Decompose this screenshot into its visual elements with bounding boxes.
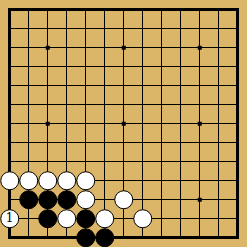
grid-line-horizontal bbox=[19, 47, 38, 49]
grid-line-horizontal bbox=[209, 218, 228, 220]
intersection-c5-r7[interactable] bbox=[76, 114, 95, 133]
grid-line-horizontal bbox=[209, 85, 228, 87]
grid-line-horizontal bbox=[76, 161, 95, 163]
intersection-c10-r6[interactable] bbox=[171, 95, 190, 114]
grid-line-horizontal bbox=[95, 161, 114, 163]
intersection-c6-r1[interactable] bbox=[95, 0, 114, 19]
intersection-c12-r3[interactable] bbox=[209, 38, 228, 57]
grid-line-horizontal bbox=[57, 123, 76, 125]
grid-line-horizontal bbox=[95, 66, 114, 68]
grid-line-horizontal bbox=[171, 8, 190, 11]
intersection-c2-r8[interactable] bbox=[19, 133, 38, 152]
intersection-c5-r5[interactable] bbox=[76, 76, 95, 95]
intersection-c8-r10[interactable] bbox=[133, 171, 152, 190]
intersection-c5-r6[interactable] bbox=[76, 95, 95, 114]
grid-line-horizontal bbox=[8, 47, 19, 49]
grid-line-horizontal bbox=[114, 218, 133, 220]
white-stone bbox=[38, 171, 58, 191]
intersection-c2-r3[interactable] bbox=[19, 38, 38, 57]
intersection-c9-r1[interactable] bbox=[152, 0, 171, 19]
grid-line-horizontal bbox=[8, 8, 19, 11]
intersection-c13-r4[interactable] bbox=[228, 57, 247, 76]
intersection-c8-r8[interactable] bbox=[133, 133, 152, 152]
grid-line-horizontal bbox=[209, 66, 228, 68]
intersection-c8-r7[interactable] bbox=[133, 114, 152, 133]
intersection-c8-r12[interactable] bbox=[133, 209, 152, 228]
intersection-c4-r9[interactable] bbox=[57, 152, 76, 171]
intersection-c13-r1[interactable] bbox=[228, 0, 247, 19]
intersection-c1-r5[interactable] bbox=[0, 76, 19, 95]
grid-line-horizontal bbox=[152, 161, 171, 163]
white-stone bbox=[57, 171, 77, 191]
grid-line-horizontal bbox=[209, 180, 228, 182]
intersection-c11-r1[interactable] bbox=[190, 0, 209, 19]
white-stone bbox=[114, 190, 134, 210]
intersection-c6-r2[interactable] bbox=[95, 19, 114, 38]
intersection-c11-r11[interactable] bbox=[190, 190, 209, 209]
intersection-c7-r12[interactable] bbox=[114, 209, 133, 228]
intersection-c2-r11[interactable] bbox=[19, 190, 38, 209]
intersection-c12-r6[interactable] bbox=[209, 95, 228, 114]
grid-line-horizontal bbox=[152, 180, 171, 182]
grid-line-horizontal bbox=[8, 28, 19, 30]
intersection-c11-r13[interactable] bbox=[190, 228, 209, 247]
grid-line-horizontal bbox=[8, 236, 19, 239]
intersection-c10-r4[interactable] bbox=[171, 57, 190, 76]
grid-line-horizontal bbox=[95, 180, 114, 182]
intersection-c5-r2[interactable] bbox=[76, 19, 95, 38]
grid-line-horizontal bbox=[228, 66, 239, 68]
intersection-c13-r12[interactable] bbox=[228, 209, 247, 228]
intersection-c6-r8[interactable] bbox=[95, 133, 114, 152]
grid-line-horizontal bbox=[57, 236, 76, 239]
intersection-c12-r13[interactable] bbox=[209, 228, 228, 247]
intersection-c5-r9[interactable] bbox=[76, 152, 95, 171]
intersection-c9-r10[interactable] bbox=[152, 171, 171, 190]
intersection-c6-r9[interactable] bbox=[95, 152, 114, 171]
intersection-c11-r2[interactable] bbox=[190, 19, 209, 38]
intersection-c9-r4[interactable] bbox=[152, 57, 171, 76]
grid-line-horizontal bbox=[228, 47, 239, 49]
grid-line-horizontal bbox=[19, 161, 38, 163]
intersection-c7-r7[interactable] bbox=[114, 114, 133, 133]
grid-line-horizontal bbox=[190, 236, 209, 239]
grid-line-horizontal bbox=[152, 85, 171, 87]
grid-line-horizontal bbox=[133, 47, 152, 49]
grid-line-horizontal bbox=[171, 104, 190, 106]
intersection-c3-r3[interactable] bbox=[38, 38, 57, 57]
intersection-c1-r4[interactable] bbox=[0, 57, 19, 76]
intersection-c10-r10[interactable] bbox=[171, 171, 190, 190]
intersection-c10-r13[interactable] bbox=[171, 228, 190, 247]
intersection-c1-r12[interactable]: 1 bbox=[0, 209, 19, 228]
grid-line-horizontal bbox=[114, 85, 133, 87]
intersection-c5-r12[interactable] bbox=[76, 209, 95, 228]
intersection-c11-r7[interactable] bbox=[190, 114, 209, 133]
star-point bbox=[45, 121, 50, 126]
grid-line-horizontal bbox=[95, 199, 114, 201]
intersection-c3-r12[interactable] bbox=[38, 209, 57, 228]
intersection-c10-r8[interactable] bbox=[171, 133, 190, 152]
grid-line-horizontal bbox=[57, 85, 76, 87]
intersection-c6-r12[interactable] bbox=[95, 209, 114, 228]
intersection-c7-r5[interactable] bbox=[114, 76, 133, 95]
intersection-c12-r7[interactable] bbox=[209, 114, 228, 133]
grid-line-horizontal bbox=[152, 199, 171, 201]
intersection-c13-r11[interactable] bbox=[228, 190, 247, 209]
grid-line-horizontal bbox=[152, 8, 171, 11]
grid-line-horizontal bbox=[190, 180, 209, 182]
intersection-c13-r10[interactable] bbox=[228, 171, 247, 190]
intersection-c7-r10[interactable] bbox=[114, 171, 133, 190]
intersection-c3-r9[interactable] bbox=[38, 152, 57, 171]
intersection-c12-r9[interactable] bbox=[209, 152, 228, 171]
intersection-c10-r2[interactable] bbox=[171, 19, 190, 38]
intersection-c4-r11[interactable] bbox=[57, 190, 76, 209]
go-diagram: 1 bbox=[0, 0, 247, 247]
grid-line-horizontal bbox=[152, 218, 171, 220]
grid-line-horizontal bbox=[57, 161, 76, 163]
black-stone bbox=[57, 190, 77, 210]
intersection-c9-r11[interactable] bbox=[152, 190, 171, 209]
intersection-c1-r7[interactable] bbox=[0, 114, 19, 133]
intersection-c4-r5[interactable] bbox=[57, 76, 76, 95]
intersection-c9-r7[interactable] bbox=[152, 114, 171, 133]
intersection-c3-r10[interactable] bbox=[38, 171, 57, 190]
intersection-c12-r11[interactable] bbox=[209, 190, 228, 209]
intersection-c3-r8[interactable] bbox=[38, 133, 57, 152]
white-stone bbox=[95, 209, 115, 229]
move-number-label: 1 bbox=[6, 213, 14, 225]
intersection-c6-r10[interactable] bbox=[95, 171, 114, 190]
grid-line-horizontal bbox=[38, 236, 57, 239]
intersection-c4-r2[interactable] bbox=[57, 19, 76, 38]
grid-line-horizontal bbox=[171, 199, 190, 201]
white-stone bbox=[57, 209, 77, 229]
star-point bbox=[45, 45, 50, 50]
intersection-c5-r4[interactable] bbox=[76, 57, 95, 76]
grid-line-horizontal bbox=[95, 8, 114, 11]
intersection-c2-r10[interactable] bbox=[19, 171, 38, 190]
grid-line-horizontal bbox=[152, 66, 171, 68]
grid-line-horizontal bbox=[76, 8, 95, 11]
grid-line-horizontal bbox=[76, 28, 95, 30]
grid-line-horizontal bbox=[76, 123, 95, 125]
grid-line-horizontal bbox=[171, 123, 190, 125]
grid-line-horizontal bbox=[133, 236, 152, 239]
intersection-c11-r10[interactable] bbox=[190, 171, 209, 190]
grid-line-horizontal bbox=[209, 123, 228, 125]
black-stone bbox=[19, 190, 39, 210]
intersection-c2-r2[interactable] bbox=[19, 19, 38, 38]
intersection-c12-r4[interactable] bbox=[209, 57, 228, 76]
intersection-c11-r4[interactable] bbox=[190, 57, 209, 76]
intersection-c3-r6[interactable] bbox=[38, 95, 57, 114]
intersection-c6-r13[interactable] bbox=[95, 228, 114, 247]
grid-line-horizontal bbox=[95, 47, 114, 49]
intersection-c10-r7[interactable] bbox=[171, 114, 190, 133]
intersection-c8-r9[interactable] bbox=[133, 152, 152, 171]
intersection-c10-r9[interactable] bbox=[171, 152, 190, 171]
intersection-c4-r12[interactable] bbox=[57, 209, 76, 228]
intersection-c4-r7[interactable] bbox=[57, 114, 76, 133]
intersection-c1-r3[interactable] bbox=[0, 38, 19, 57]
grid-line-horizontal bbox=[38, 66, 57, 68]
white-stone bbox=[19, 171, 39, 191]
intersection-c1-r8[interactable] bbox=[0, 133, 19, 152]
intersection-c3-r11[interactable] bbox=[38, 190, 57, 209]
intersection-c4-r13[interactable] bbox=[57, 228, 76, 247]
intersection-c4-r1[interactable] bbox=[57, 0, 76, 19]
intersection-c1-r11[interactable] bbox=[0, 190, 19, 209]
intersection-c2-r12[interactable] bbox=[19, 209, 38, 228]
grid-line-horizontal bbox=[95, 142, 114, 144]
intersection-c7-r13[interactable] bbox=[114, 228, 133, 247]
grid-line-horizontal bbox=[171, 28, 190, 30]
grid-line-horizontal bbox=[95, 104, 114, 106]
grid-line-horizontal bbox=[190, 104, 209, 106]
grid-line-horizontal bbox=[171, 85, 190, 87]
grid-line-horizontal bbox=[152, 28, 171, 30]
intersection-c12-r10[interactable] bbox=[209, 171, 228, 190]
intersection-c13-r6[interactable] bbox=[228, 95, 247, 114]
intersection-c9-r2[interactable] bbox=[152, 19, 171, 38]
intersection-c11-r6[interactable] bbox=[190, 95, 209, 114]
intersection-c8-r6[interactable] bbox=[133, 95, 152, 114]
intersection-c9-r8[interactable] bbox=[152, 133, 171, 152]
intersection-c11-r5[interactable] bbox=[190, 76, 209, 95]
black-stone bbox=[76, 209, 96, 229]
intersection-c2-r6[interactable] bbox=[19, 95, 38, 114]
intersection-c13-r7[interactable] bbox=[228, 114, 247, 133]
intersection-c1-r1[interactable] bbox=[0, 0, 19, 19]
grid-line-horizontal bbox=[57, 47, 76, 49]
intersection-c8-r1[interactable] bbox=[133, 0, 152, 19]
intersection-c8-r3[interactable] bbox=[133, 38, 152, 57]
intersection-c6-r3[interactable] bbox=[95, 38, 114, 57]
intersection-c3-r4[interactable] bbox=[38, 57, 57, 76]
grid-line-horizontal bbox=[228, 8, 239, 11]
grid-line-horizontal bbox=[76, 104, 95, 106]
grid-line-horizontal bbox=[8, 104, 19, 106]
grid-line-horizontal bbox=[19, 142, 38, 144]
go-board: 1 bbox=[0, 0, 247, 247]
intersection-c7-r11[interactable] bbox=[114, 190, 133, 209]
intersection-c3-r2[interactable] bbox=[38, 19, 57, 38]
intersection-c2-r7[interactable] bbox=[19, 114, 38, 133]
intersection-c7-r4[interactable] bbox=[114, 57, 133, 76]
black-stone bbox=[38, 190, 58, 210]
intersection-c10-r3[interactable] bbox=[171, 38, 190, 57]
intersection-c8-r11[interactable] bbox=[133, 190, 152, 209]
intersection-c3-r1[interactable] bbox=[38, 0, 57, 19]
intersection-c4-r10[interactable] bbox=[57, 171, 76, 190]
intersection-c11-r9[interactable] bbox=[190, 152, 209, 171]
star-point bbox=[121, 45, 126, 50]
intersection-c3-r5[interactable] bbox=[38, 76, 57, 95]
intersection-c7-r1[interactable] bbox=[114, 0, 133, 19]
grid-line-horizontal bbox=[133, 199, 152, 201]
intersection-c10-r5[interactable] bbox=[171, 76, 190, 95]
intersection-c8-r5[interactable] bbox=[133, 76, 152, 95]
grid-line-horizontal bbox=[38, 8, 57, 11]
intersection-c13-r9[interactable] bbox=[228, 152, 247, 171]
intersection-c3-r13[interactable] bbox=[38, 228, 57, 247]
intersection-c2-r5[interactable] bbox=[19, 76, 38, 95]
grid-line-horizontal bbox=[171, 180, 190, 182]
grid-line-horizontal bbox=[76, 85, 95, 87]
star-point bbox=[197, 45, 202, 50]
intersection-c11-r8[interactable] bbox=[190, 133, 209, 152]
intersection-c5-r13[interactable] bbox=[76, 228, 95, 247]
grid-line-horizontal bbox=[76, 66, 95, 68]
grid-line-horizontal bbox=[8, 199, 19, 201]
intersection-c5-r3[interactable] bbox=[76, 38, 95, 57]
grid-line-horizontal bbox=[57, 8, 76, 11]
intersection-c10-r11[interactable] bbox=[171, 190, 190, 209]
intersection-c8-r13[interactable] bbox=[133, 228, 152, 247]
intersection-c11-r12[interactable] bbox=[190, 209, 209, 228]
grid-line-horizontal bbox=[114, 66, 133, 68]
grid-line-horizontal bbox=[209, 8, 228, 11]
intersection-c4-r4[interactable] bbox=[57, 57, 76, 76]
intersection-c4-r8[interactable] bbox=[57, 133, 76, 152]
grid-line-horizontal bbox=[8, 85, 19, 87]
grid-line-horizontal bbox=[152, 104, 171, 106]
grid-line-horizontal bbox=[38, 85, 57, 87]
intersection-c12-r8[interactable] bbox=[209, 133, 228, 152]
intersection-c6-r4[interactable] bbox=[95, 57, 114, 76]
intersection-c7-r9[interactable] bbox=[114, 152, 133, 171]
grid-line-horizontal bbox=[209, 104, 228, 106]
intersection-c10-r12[interactable] bbox=[171, 209, 190, 228]
intersection-c10-r1[interactable] bbox=[171, 0, 190, 19]
intersection-c7-r3[interactable] bbox=[114, 38, 133, 57]
grid-line-horizontal bbox=[228, 123, 239, 125]
intersection-c9-r9[interactable] bbox=[152, 152, 171, 171]
intersection-c6-r7[interactable] bbox=[95, 114, 114, 133]
grid-line-horizontal bbox=[19, 28, 38, 30]
intersection-c13-r13[interactable] bbox=[228, 228, 247, 247]
white-stone-move-1: 1 bbox=[0, 209, 19, 229]
grid-line-horizontal bbox=[171, 218, 190, 220]
grid-line-horizontal bbox=[114, 28, 133, 30]
grid-line-horizontal bbox=[133, 161, 152, 163]
intersection-c2-r1[interactable] bbox=[19, 0, 38, 19]
intersection-c12-r2[interactable] bbox=[209, 19, 228, 38]
grid-line-horizontal bbox=[171, 161, 190, 163]
intersection-c13-r2[interactable] bbox=[228, 19, 247, 38]
grid-line-horizontal bbox=[209, 161, 228, 163]
intersection-c5-r1[interactable] bbox=[76, 0, 95, 19]
grid-line-horizontal bbox=[95, 28, 114, 30]
grid-line-horizontal bbox=[190, 85, 209, 87]
grid-line-horizontal bbox=[228, 218, 239, 220]
intersection-c7-r2[interactable] bbox=[114, 19, 133, 38]
intersection-c1-r9[interactable] bbox=[0, 152, 19, 171]
intersection-c8-r4[interactable] bbox=[133, 57, 152, 76]
intersection-c12-r12[interactable] bbox=[209, 209, 228, 228]
black-stone bbox=[38, 209, 58, 229]
intersection-c1-r6[interactable] bbox=[0, 95, 19, 114]
intersection-c4-r3[interactable] bbox=[57, 38, 76, 57]
intersection-c7-r8[interactable] bbox=[114, 133, 133, 152]
grid-line-horizontal bbox=[209, 28, 228, 30]
intersection-c2-r4[interactable] bbox=[19, 57, 38, 76]
intersection-c3-r7[interactable] bbox=[38, 114, 57, 133]
grid-line-horizontal bbox=[228, 28, 239, 30]
grid-line-horizontal bbox=[8, 161, 19, 163]
intersection-c1-r2[interactable] bbox=[0, 19, 19, 38]
grid-line-horizontal bbox=[19, 236, 38, 239]
grid-line-horizontal bbox=[38, 161, 57, 163]
grid-line-horizontal bbox=[171, 236, 190, 239]
grid-line-horizontal bbox=[190, 218, 209, 220]
grid-line-horizontal bbox=[209, 236, 228, 239]
intersection-c8-r2[interactable] bbox=[133, 19, 152, 38]
grid-line-horizontal bbox=[133, 104, 152, 106]
intersection-c6-r5[interactable] bbox=[95, 76, 114, 95]
white-stone bbox=[76, 171, 96, 191]
grid-line-horizontal bbox=[152, 236, 171, 239]
grid-line-horizontal bbox=[114, 161, 133, 163]
intersection-c13-r8[interactable] bbox=[228, 133, 247, 152]
intersection-c2-r13[interactable] bbox=[19, 228, 38, 247]
grid-line-horizontal bbox=[190, 161, 209, 163]
intersection-c12-r1[interactable] bbox=[209, 0, 228, 19]
intersection-c5-r11[interactable] bbox=[76, 190, 95, 209]
grid-line-horizontal bbox=[152, 142, 171, 144]
grid-line-horizontal bbox=[190, 28, 209, 30]
grid-line-horizontal bbox=[19, 66, 38, 68]
grid-line-horizontal bbox=[19, 8, 38, 11]
grid-line-horizontal bbox=[228, 85, 239, 87]
intersection-c13-r5[interactable] bbox=[228, 76, 247, 95]
white-stone bbox=[0, 171, 19, 191]
intersection-c6-r11[interactable] bbox=[95, 190, 114, 209]
intersection-c9-r13[interactable] bbox=[152, 228, 171, 247]
intersection-c5-r10[interactable] bbox=[76, 171, 95, 190]
grid-line-horizontal bbox=[152, 47, 171, 49]
intersection-c2-r9[interactable] bbox=[19, 152, 38, 171]
intersection-c12-r5[interactable] bbox=[209, 76, 228, 95]
grid-line-horizontal bbox=[95, 123, 114, 125]
intersection-c1-r13[interactable] bbox=[0, 228, 19, 247]
intersection-c9-r3[interactable] bbox=[152, 38, 171, 57]
grid-line-horizontal bbox=[171, 142, 190, 144]
intersection-c7-r6[interactable] bbox=[114, 95, 133, 114]
intersection-c6-r6[interactable] bbox=[95, 95, 114, 114]
intersection-c9-r6[interactable] bbox=[152, 95, 171, 114]
grid-line-horizontal bbox=[114, 180, 133, 182]
intersection-c13-r3[interactable] bbox=[228, 38, 247, 57]
grid-line-horizontal bbox=[228, 180, 239, 182]
intersection-c1-r10[interactable] bbox=[0, 171, 19, 190]
grid-line-horizontal bbox=[171, 66, 190, 68]
grid-line-horizontal bbox=[38, 142, 57, 144]
intersection-c9-r5[interactable] bbox=[152, 76, 171, 95]
grid-line-horizontal bbox=[19, 104, 38, 106]
grid-line-horizontal bbox=[133, 123, 152, 125]
intersection-c9-r12[interactable] bbox=[152, 209, 171, 228]
white-stone bbox=[76, 190, 96, 210]
grid-line-horizontal bbox=[114, 142, 133, 144]
intersection-c5-r8[interactable] bbox=[76, 133, 95, 152]
grid-line-horizontal bbox=[95, 85, 114, 87]
grid-line-horizontal bbox=[57, 66, 76, 68]
intersection-c4-r6[interactable] bbox=[57, 95, 76, 114]
intersection-c11-r3[interactable] bbox=[190, 38, 209, 57]
